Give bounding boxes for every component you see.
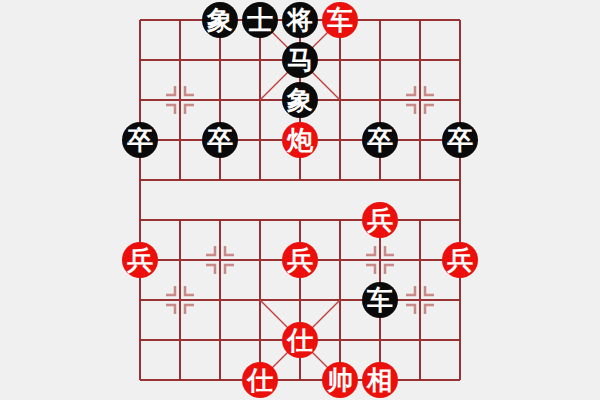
black-elephant[interactable]: 象 <box>282 82 318 118</box>
red-advisor[interactable]: 仕 <box>282 322 318 358</box>
black-general[interactable]: 将 <box>282 2 318 38</box>
red-cannon[interactable]: 炮 <box>282 122 318 158</box>
black-soldier[interactable]: 卒 <box>362 122 398 158</box>
xiangqi-board: 象士将车马象卒卒炮卒卒兵兵兵兵车仕仕帅相 <box>0 0 600 400</box>
red-general[interactable]: 帅 <box>322 362 358 398</box>
red-soldier[interactable]: 兵 <box>362 202 398 238</box>
red-chariot[interactable]: 车 <box>322 2 358 38</box>
red-advisor[interactable]: 仕 <box>242 362 278 398</box>
black-horse[interactable]: 马 <box>282 42 318 78</box>
red-elephant[interactable]: 相 <box>362 362 398 398</box>
black-soldier[interactable]: 卒 <box>122 122 158 158</box>
red-soldier[interactable]: 兵 <box>122 242 158 278</box>
red-soldier[interactable]: 兵 <box>442 242 478 278</box>
black-soldier[interactable]: 卒 <box>442 122 478 158</box>
red-soldier[interactable]: 兵 <box>282 242 318 278</box>
black-elephant[interactable]: 象 <box>202 2 238 38</box>
black-soldier[interactable]: 卒 <box>202 122 238 158</box>
piece-grid: 象士将车马象卒卒炮卒卒兵兵兵兵车仕仕帅相 <box>120 0 480 400</box>
black-advisor[interactable]: 士 <box>242 2 278 38</box>
black-chariot[interactable]: 车 <box>362 282 398 318</box>
